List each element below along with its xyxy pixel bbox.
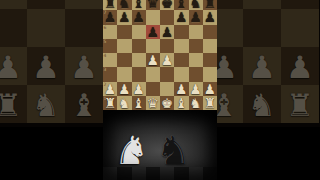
square-f2[interactable]: ♟ [174,82,188,96]
square-d3[interactable] [146,67,160,81]
square-c5[interactable] [132,39,146,53]
square-b5[interactable] [117,39,131,53]
square-d6[interactable]: ♟ [146,25,160,39]
square-b3[interactable] [117,67,131,81]
square-h3[interactable] [203,67,217,81]
white-n-piece: ♞ [189,96,203,110]
white-p-piece: ♟ [146,53,160,67]
black-p-piece: ♟ [146,25,160,39]
white-b-piece: ♝ [132,96,146,110]
square-a7[interactable]: 7♟ [103,10,117,24]
rank-label: 1 [104,96,107,101]
square-c1[interactable]: ♝ [132,96,146,110]
square-f3[interactable] [174,67,188,81]
square-g6[interactable] [189,25,203,39]
black-n-piece: ♞ [189,0,203,10]
square-e2[interactable] [160,82,174,96]
square-d7[interactable] [146,10,160,24]
white-p-piece: ♟ [174,82,188,96]
square-g8[interactable]: ♞ [189,0,203,10]
white-p-piece: ♟ [132,82,146,96]
black-r-piece: ♜ [103,0,117,10]
square-d8[interactable]: ♛ [146,0,160,10]
square-c7[interactable]: ♟ [132,10,146,24]
rank-label: 5 [104,39,107,44]
square-h2[interactable]: ♟ [203,82,217,96]
video-center-column: 8♜♞♝♛♚♝♞♜7♟♟♟♟♟♟6♟♟54♟♟32♟♟♟♟♟♟1♜♞♝♛♚♝♞♜… [103,0,217,180]
rank-label: 6 [104,25,107,30]
white-b-piece: ♝ [174,96,188,110]
square-c4[interactable] [132,53,146,67]
white-k-piece: ♚ [160,96,174,110]
square-e6[interactable]: ♟ [160,25,174,39]
black-r-piece: ♜ [203,0,217,10]
white-p-piece: ♟ [203,82,217,96]
photo-vignette [103,110,217,180]
black-p-piece: ♟ [160,25,174,39]
square-h5[interactable] [203,39,217,53]
white-r-piece: ♜ [203,96,217,110]
black-n-piece: ♞ [117,0,131,10]
square-f4[interactable] [174,53,188,67]
black-q-piece: ♛ [146,0,160,10]
chess-board: 8♜♞♝♛♚♝♞♜7♟♟♟♟♟♟6♟♟54♟♟32♟♟♟♟♟♟1♜♞♝♛♚♝♞♜ [103,0,217,110]
square-g5[interactable] [189,39,203,53]
knights-photo: ♞♞ [103,110,217,180]
square-f6[interactable] [174,25,188,39]
white-p-piece: ♟ [189,82,203,96]
square-e7[interactable] [160,10,174,24]
white-n-piece: ♞ [117,96,131,110]
square-a6[interactable]: 6 [103,25,117,39]
square-b8[interactable]: ♞ [117,0,131,10]
square-a1[interactable]: 1♜ [103,96,117,110]
square-h1[interactable]: ♜ [203,96,217,110]
square-g7[interactable]: ♟ [189,10,203,24]
square-a4[interactable]: 4 [103,53,117,67]
black-k-piece: ♚ [160,0,174,10]
square-f7[interactable]: ♟ [174,10,188,24]
square-h7[interactable]: ♟ [203,10,217,24]
square-c3[interactable] [132,67,146,81]
square-h6[interactable] [203,25,217,39]
backdrop-right: ♟♟♟♝♞♜ [217,0,320,127]
square-c6[interactable] [132,25,146,39]
square-e8[interactable]: ♚ [160,0,174,10]
backdrop-dim-overlay [217,0,320,127]
square-e1[interactable]: ♚ [160,96,174,110]
square-d5[interactable] [146,39,160,53]
square-h8[interactable]: ♜ [203,0,217,10]
square-c8[interactable]: ♝ [132,0,146,10]
black-b-piece: ♝ [132,0,146,10]
square-g1[interactable]: ♞ [189,96,203,110]
rank-label: 3 [104,67,107,72]
square-d2[interactable] [146,82,160,96]
square-b1[interactable]: ♞ [117,96,131,110]
black-p-piece: ♟ [117,10,131,24]
square-c2[interactable]: ♟ [132,82,146,96]
square-a2[interactable]: 2♟ [103,82,117,96]
square-e4[interactable]: ♟ [160,53,174,67]
square-a3[interactable]: 3 [103,67,117,81]
square-g2[interactable]: ♟ [189,82,203,96]
black-p-piece: ♟ [203,10,217,24]
square-b6[interactable] [117,25,131,39]
square-e3[interactable] [160,67,174,81]
square-d1[interactable]: ♛ [146,96,160,110]
backdrop-dim-overlay [0,0,103,127]
square-h4[interactable] [203,53,217,67]
square-g3[interactable] [189,67,203,81]
square-a8[interactable]: 8♜ [103,0,117,10]
square-d4[interactable]: ♟ [146,53,160,67]
rank-label: 2 [104,82,107,87]
black-b-piece: ♝ [174,0,188,10]
backdrop-left: ♟2♟♟♜1♞♝ [0,0,103,127]
square-f5[interactable] [174,39,188,53]
square-f1[interactable]: ♝ [174,96,188,110]
rank-label: 4 [104,53,107,58]
square-a5[interactable]: 5 [103,39,117,53]
square-b4[interactable] [117,53,131,67]
black-p-piece: ♟ [174,10,188,24]
white-p-piece: ♟ [117,82,131,96]
square-f8[interactable]: ♝ [174,0,188,10]
white-q-piece: ♛ [146,96,160,110]
rank-label: 7 [104,10,107,15]
square-b7[interactable]: ♟ [117,10,131,24]
rank-label: 8 [104,0,107,1]
black-p-piece: ♟ [189,10,203,24]
black-p-piece: ♟ [132,10,146,24]
square-b2[interactable]: ♟ [117,82,131,96]
square-e5[interactable] [160,39,174,53]
video-frame: ♟2♟♟♜1♞♝ ♟♟♟♝♞♜ 8♜♞♝♛♚♝♞♜7♟♟♟♟♟♟6♟♟54♟♟3… [0,0,320,180]
white-p-piece: ♟ [160,53,174,67]
square-g4[interactable] [189,53,203,67]
